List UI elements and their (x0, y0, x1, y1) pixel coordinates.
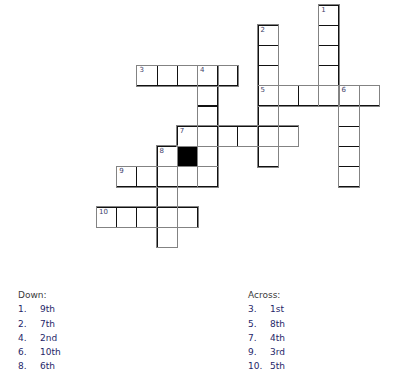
clue-number: 7. (248, 331, 270, 345)
clue-number: 6. (18, 345, 40, 359)
clue-text: 10th (40, 347, 61, 357)
clue-item: 6.10th (18, 345, 61, 359)
grid-cell[interactable] (318, 85, 339, 106)
crossword-page: 12345678910 Down: 1.9th 2.7th 4.2nd 6.10… (0, 0, 412, 380)
clue-text: 2nd (40, 333, 57, 343)
cell-number: 7 (180, 128, 184, 135)
clue-text: 7th (40, 319, 55, 329)
grid-cell[interactable] (197, 126, 218, 147)
clue-item: 9.3rd (248, 345, 285, 359)
cell-number: 10 (99, 209, 108, 216)
grid-cell[interactable] (157, 186, 178, 207)
clue-number: 9. (248, 345, 270, 359)
grid-cell[interactable] (338, 126, 359, 147)
grid-cell[interactable] (318, 65, 339, 86)
grid-cell[interactable] (197, 146, 218, 167)
grid-cell[interactable] (258, 106, 279, 127)
grid-cell[interactable] (177, 207, 198, 228)
down-clues-header: Down: (18, 288, 61, 302)
grid-cell[interactable]: 5 (258, 85, 279, 106)
down-clue-list: 1.9th 2.7th 4.2nd 6.10th 8.6th (18, 302, 61, 373)
grid-cell[interactable]: 7 (177, 126, 198, 147)
grid-cell[interactable] (359, 85, 380, 106)
clue-text: 5th (270, 361, 285, 371)
across-clues: Across: 3.1st 5.8th 7.4th 9.3rd 10.5th (248, 288, 285, 374)
grid-cell[interactable]: 1 (318, 5, 339, 26)
clue-text: 8th (270, 319, 285, 329)
clue-text: 3rd (270, 347, 285, 357)
cell-number: 3 (139, 67, 143, 74)
grid-cell[interactable] (258, 146, 279, 167)
grid-cell[interactable] (177, 166, 198, 187)
crossword-grid: 12345678910 (0, 0, 412, 270)
cell-number: 6 (341, 87, 345, 94)
grid-cell[interactable]: 4 (197, 65, 218, 86)
clue-item: 3.1st (248, 302, 285, 316)
grid-cell[interactable] (157, 65, 178, 86)
clue-number: 4. (18, 331, 40, 345)
clue-number: 1. (18, 302, 40, 316)
grid-cell[interactable] (278, 85, 299, 106)
cell-number: 2 (261, 27, 265, 34)
grid-cell[interactable] (258, 45, 279, 66)
grid-cell[interactable] (258, 126, 279, 147)
clue-text: 9th (40, 304, 55, 314)
grid-cell[interactable] (157, 207, 178, 228)
clue-item: 2.7th (18, 317, 61, 331)
grid-cell[interactable] (318, 45, 339, 66)
clue-item: 5.8th (248, 317, 285, 331)
grid-cell[interactable] (237, 126, 258, 147)
grid-cell[interactable] (338, 146, 359, 167)
clue-number: 8. (18, 359, 40, 373)
grid-cell[interactable] (157, 166, 178, 187)
grid-cell[interactable]: 6 (338, 85, 359, 106)
grid-cell[interactable] (338, 166, 359, 187)
clue-text: 6th (40, 361, 55, 371)
grid-cell[interactable] (278, 126, 299, 147)
grid-cell[interactable]: 3 (136, 65, 157, 86)
clue-number: 3. (248, 302, 270, 316)
clue-text: 1st (270, 304, 284, 314)
black-cell (177, 146, 198, 167)
grid-cell[interactable]: 8 (157, 146, 178, 167)
clue-item: 8.6th (18, 359, 61, 373)
across-clues-header: Across: (248, 288, 285, 302)
grid-cell[interactable] (136, 166, 157, 187)
grid-cell[interactable] (177, 65, 198, 86)
grid-cell[interactable]: 10 (96, 207, 117, 228)
grid-cell[interactable] (157, 227, 178, 248)
clue-number: 10. (248, 359, 270, 373)
grid-cell[interactable] (217, 65, 238, 86)
grid-cell[interactable]: 2 (258, 25, 279, 46)
clue-number: 5. (248, 317, 270, 331)
clue-item: 10.5th (248, 359, 285, 373)
clue-number: 2. (18, 317, 40, 331)
grid-cell[interactable] (217, 126, 238, 147)
cell-number: 4 (200, 67, 204, 74)
cell-number: 1 (321, 7, 325, 14)
grid-cell[interactable] (318, 25, 339, 46)
down-clues: Down: 1.9th 2.7th 4.2nd 6.10th 8.6th (18, 288, 61, 374)
cell-number: 9 (119, 168, 123, 175)
clue-item: 4.2nd (18, 331, 61, 345)
grid-cell[interactable]: 9 (116, 166, 137, 187)
cell-number: 8 (160, 148, 164, 155)
grid-cell[interactable] (136, 207, 157, 228)
cell-number: 5 (261, 87, 265, 94)
clue-text: 4th (270, 333, 285, 343)
clue-item: 1.9th (18, 302, 61, 316)
across-clue-list: 3.1st 5.8th 7.4th 9.3rd 10.5th (248, 302, 285, 373)
grid-cell[interactable] (197, 106, 218, 127)
grid-cell[interactable] (298, 85, 319, 106)
clue-item: 7.4th (248, 331, 285, 345)
grid-cell[interactable] (338, 106, 359, 127)
grid-cell[interactable] (116, 207, 137, 228)
grid-cell[interactable] (197, 85, 218, 106)
grid-cell[interactable] (197, 166, 218, 187)
grid-cell[interactable] (258, 65, 279, 86)
